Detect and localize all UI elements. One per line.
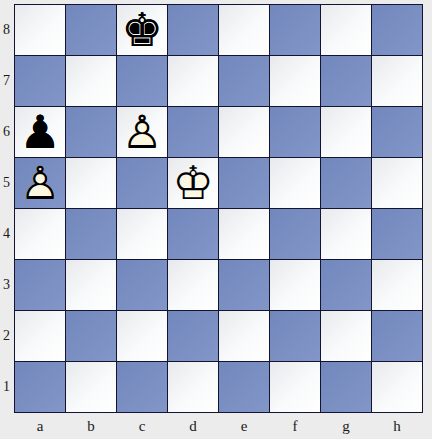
- square-f1[interactable]: [270, 362, 320, 412]
- white-king[interactable]: ♚︎♔︎: [168, 158, 218, 208]
- rank-label-4: 4: [0, 209, 13, 259]
- white-pawn-outline: ♙︎: [117, 107, 167, 157]
- square-g3[interactable]: [321, 260, 371, 310]
- square-b5[interactable]: [66, 158, 116, 208]
- square-c7[interactable]: [117, 56, 167, 106]
- square-a6[interactable]: ♟︎♙︎: [15, 107, 65, 157]
- square-a2[interactable]: [15, 311, 65, 361]
- rank-labels: 87654321: [0, 5, 13, 412]
- black-pawn[interactable]: ♟︎♙︎: [15, 107, 65, 157]
- square-f7[interactable]: [270, 56, 320, 106]
- square-h1[interactable]: [372, 362, 422, 412]
- square-a1[interactable]: [15, 362, 65, 412]
- white-pawn[interactable]: ♟︎♙︎: [15, 158, 65, 208]
- file-labels: abcdefgh: [15, 416, 422, 437]
- white-pawn-outline: ♙︎: [15, 158, 65, 208]
- file-label-e: e: [219, 416, 269, 437]
- square-c1[interactable]: [117, 362, 167, 412]
- square-a5[interactable]: ♟︎♙︎: [15, 158, 65, 208]
- square-g7[interactable]: [321, 56, 371, 106]
- black-king[interactable]: ♚︎♔︎: [117, 5, 167, 55]
- square-b2[interactable]: [66, 311, 116, 361]
- square-g5[interactable]: [321, 158, 371, 208]
- chess-diagram-page: { "game": { "name": "chess", "position":…: [0, 0, 432, 439]
- square-g8[interactable]: [321, 5, 371, 55]
- file-label-f: f: [270, 416, 320, 437]
- square-d6[interactable]: [168, 107, 218, 157]
- file-label-h: h: [372, 416, 422, 437]
- square-h2[interactable]: [372, 311, 422, 361]
- square-b4[interactable]: [66, 209, 116, 259]
- square-h3[interactable]: [372, 260, 422, 310]
- square-f2[interactable]: [270, 311, 320, 361]
- file-label-b: b: [66, 416, 116, 437]
- square-c5[interactable]: [117, 158, 167, 208]
- square-c8[interactable]: ♚︎♔︎: [117, 5, 167, 55]
- square-g4[interactable]: [321, 209, 371, 259]
- rank-label-2: 2: [0, 311, 13, 361]
- rank-label-1: 1: [0, 362, 13, 412]
- square-d4[interactable]: [168, 209, 218, 259]
- square-d5[interactable]: ♚︎♔︎: [168, 158, 218, 208]
- white-king-outline: ♔︎: [168, 158, 218, 208]
- square-f8[interactable]: [270, 5, 320, 55]
- rank-label-8: 8: [0, 5, 13, 55]
- square-e7[interactable]: [219, 56, 269, 106]
- square-d3[interactable]: [168, 260, 218, 310]
- square-e6[interactable]: [219, 107, 269, 157]
- square-b3[interactable]: [66, 260, 116, 310]
- file-label-c: c: [117, 416, 167, 437]
- square-b7[interactable]: [66, 56, 116, 106]
- square-b1[interactable]: [66, 362, 116, 412]
- square-d7[interactable]: [168, 56, 218, 106]
- square-e2[interactable]: [219, 311, 269, 361]
- square-h6[interactable]: [372, 107, 422, 157]
- file-label-d: d: [168, 416, 218, 437]
- square-a3[interactable]: [15, 260, 65, 310]
- square-e3[interactable]: [219, 260, 269, 310]
- chess-board: ♚︎♔︎♟︎♙︎♟︎♙︎♟︎♙︎♚︎♔︎: [14, 4, 423, 413]
- square-g6[interactable]: [321, 107, 371, 157]
- white-pawn[interactable]: ♟︎♙︎: [117, 107, 167, 157]
- file-label-g: g: [321, 416, 371, 437]
- square-h7[interactable]: [372, 56, 422, 106]
- square-c6[interactable]: ♟︎♙︎: [117, 107, 167, 157]
- square-d2[interactable]: [168, 311, 218, 361]
- square-a7[interactable]: [15, 56, 65, 106]
- square-c3[interactable]: [117, 260, 167, 310]
- square-b8[interactable]: [66, 5, 116, 55]
- square-d1[interactable]: [168, 362, 218, 412]
- square-h8[interactable]: [372, 5, 422, 55]
- square-f3[interactable]: [270, 260, 320, 310]
- square-a8[interactable]: [15, 5, 65, 55]
- square-c2[interactable]: [117, 311, 167, 361]
- square-g2[interactable]: [321, 311, 371, 361]
- rank-label-5: 5: [0, 158, 13, 208]
- square-b6[interactable]: [66, 107, 116, 157]
- square-d8[interactable]: [168, 5, 218, 55]
- file-label-a: a: [15, 416, 65, 437]
- square-e5[interactable]: [219, 158, 269, 208]
- black-pawn-outline: ♙︎: [15, 107, 65, 157]
- rank-label-7: 7: [0, 56, 13, 106]
- square-e4[interactable]: [219, 209, 269, 259]
- black-king-outline: ♔︎: [117, 5, 167, 55]
- square-h5[interactable]: [372, 158, 422, 208]
- rank-label-6: 6: [0, 107, 13, 157]
- square-a4[interactable]: [15, 209, 65, 259]
- square-f6[interactable]: [270, 107, 320, 157]
- rank-label-3: 3: [0, 260, 13, 310]
- square-e1[interactable]: [219, 362, 269, 412]
- square-e8[interactable]: [219, 5, 269, 55]
- square-g1[interactable]: [321, 362, 371, 412]
- square-f4[interactable]: [270, 209, 320, 259]
- square-h4[interactable]: [372, 209, 422, 259]
- square-c4[interactable]: [117, 209, 167, 259]
- square-f5[interactable]: [270, 158, 320, 208]
